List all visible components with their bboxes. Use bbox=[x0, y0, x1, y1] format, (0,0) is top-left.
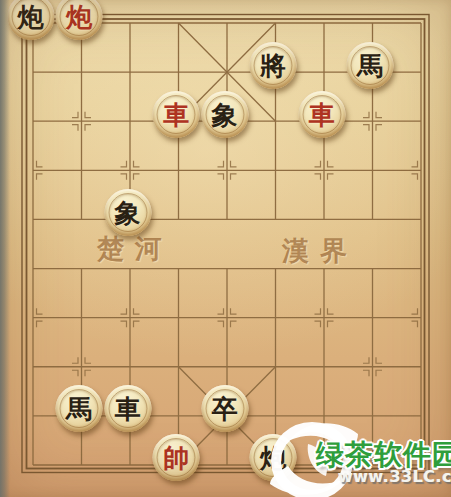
piece-glyph: 將 bbox=[260, 52, 286, 79]
piece-black-general[interactable]: 將 bbox=[250, 42, 297, 89]
piece-glyph: 車 bbox=[309, 101, 335, 128]
xiangqi-board[interactable]: 炮炮將馬車象車象馬車卒帥炮 bbox=[9, 0, 446, 490]
piece-glyph: 炮 bbox=[66, 3, 92, 30]
piece-glyph: 馬 bbox=[357, 52, 383, 79]
piece-black-cannon[interactable]: 炮 bbox=[250, 434, 297, 481]
piece-glyph: 炮 bbox=[260, 444, 286, 471]
piece-black-horse[interactable]: 馬 bbox=[347, 42, 394, 89]
xiangqi-app-screenshot: 楚河 漢界 炮炮將馬車象車象馬車卒帥炮 绿茶软件园 www.33LC.com bbox=[0, 0, 451, 497]
piece-glyph: 卒 bbox=[212, 395, 238, 422]
piece-red-chariot[interactable]: 車 bbox=[153, 91, 200, 138]
piece-glyph: 象 bbox=[115, 199, 141, 226]
piece-red-cannon[interactable]: 炮 bbox=[56, 0, 103, 40]
piece-glyph: 車 bbox=[115, 395, 141, 422]
piece-glyph: 象 bbox=[212, 101, 238, 128]
piece-glyph: 車 bbox=[163, 101, 189, 128]
piece-red-general[interactable]: 帥 bbox=[153, 434, 200, 481]
piece-black-cannon[interactable]: 炮 bbox=[7, 0, 54, 40]
piece-black-soldier[interactable]: 卒 bbox=[201, 385, 248, 432]
piece-glyph: 帥 bbox=[163, 444, 189, 471]
piece-red-chariot[interactable]: 車 bbox=[298, 91, 345, 138]
left-edge-shadow bbox=[0, 0, 10, 497]
piece-black-chariot[interactable]: 車 bbox=[104, 385, 151, 432]
piece-glyph: 炮 bbox=[18, 3, 44, 30]
piece-black-elephant[interactable]: 象 bbox=[201, 91, 248, 138]
piece-glyph: 馬 bbox=[66, 395, 92, 422]
piece-black-elephant[interactable]: 象 bbox=[104, 189, 151, 236]
piece-black-horse[interactable]: 馬 bbox=[56, 385, 103, 432]
